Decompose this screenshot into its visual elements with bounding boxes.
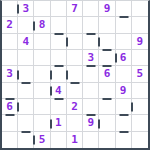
- cell-r3c2[interactable]: 4: [18, 34, 34, 50]
- sudoku-grid: 37928493636549621951: [2, 1, 148, 148]
- sudoku-board: 37928493636549621951: [0, 0, 150, 150]
- cell-r7c6[interactable]: [83, 99, 99, 115]
- cell-r7c4[interactable]: [51, 99, 67, 115]
- cell-r6c5[interactable]: [67, 83, 83, 99]
- cell-r8c4[interactable]: 1: [51, 115, 67, 131]
- cell-r2c3[interactable]: 8: [34, 17, 50, 33]
- cell-r8c9[interactable]: [132, 115, 148, 131]
- cell-r4c1[interactable]: [2, 50, 18, 66]
- cell-r3c3[interactable]: [34, 34, 50, 50]
- cell-r1c1[interactable]: [2, 1, 18, 17]
- cell-r2c1[interactable]: 2: [2, 17, 18, 33]
- cell-r8c7[interactable]: [99, 115, 115, 131]
- cell-r7c5[interactable]: 2: [67, 99, 83, 115]
- cell-r5c7[interactable]: 6: [99, 66, 115, 82]
- cell-r6c6[interactable]: [83, 83, 99, 99]
- cell-r2c9[interactable]: [132, 17, 148, 33]
- cell-r4c4[interactable]: [51, 50, 67, 66]
- cell-r7c2[interactable]: [18, 99, 34, 115]
- cell-r9c4[interactable]: [51, 132, 67, 148]
- cell-r6c9[interactable]: [132, 83, 148, 99]
- cell-r5c6[interactable]: [83, 66, 99, 82]
- cell-r9c2[interactable]: [18, 132, 34, 148]
- cell-r1c2[interactable]: 3: [18, 1, 34, 17]
- cell-r5c9[interactable]: 5: [132, 66, 148, 82]
- cell-r9c1[interactable]: [2, 132, 18, 148]
- cell-r3c5[interactable]: [67, 34, 83, 50]
- cell-r7c9[interactable]: [132, 99, 148, 115]
- cell-r1c5[interactable]: 7: [67, 1, 83, 17]
- cell-r8c2[interactable]: [18, 115, 34, 131]
- cell-r6c2[interactable]: [18, 83, 34, 99]
- cell-r8c3[interactable]: [34, 115, 50, 131]
- cell-r3c6[interactable]: [83, 34, 99, 50]
- cell-r5c8[interactable]: [116, 66, 132, 82]
- cell-r5c1[interactable]: 3: [2, 66, 18, 82]
- cell-r5c4[interactable]: [51, 66, 67, 82]
- cell-r1c6[interactable]: [83, 1, 99, 17]
- cell-r2c6[interactable]: [83, 17, 99, 33]
- cell-r8c5[interactable]: [67, 115, 83, 131]
- cell-r6c8[interactable]: 9: [116, 83, 132, 99]
- cell-r9c8[interactable]: [116, 132, 132, 148]
- cell-r4c7[interactable]: [99, 50, 115, 66]
- cell-r2c2[interactable]: [18, 17, 34, 33]
- cell-r6c4[interactable]: 4: [51, 83, 67, 99]
- cell-r7c3[interactable]: [34, 99, 50, 115]
- cell-r8c8[interactable]: [116, 115, 132, 131]
- cell-r2c5[interactable]: [67, 17, 83, 33]
- cell-r4c3[interactable]: [34, 50, 50, 66]
- cell-r1c7[interactable]: 9: [99, 1, 115, 17]
- cell-r5c2[interactable]: [18, 66, 34, 82]
- cell-r9c3[interactable]: 5: [34, 132, 50, 148]
- cell-r9c7[interactable]: [99, 132, 115, 148]
- cell-r6c7[interactable]: [99, 83, 115, 99]
- cell-r4c5[interactable]: [67, 50, 83, 66]
- cell-r8c1[interactable]: [2, 115, 18, 131]
- cell-r1c4[interactable]: [51, 1, 67, 17]
- cell-r2c7[interactable]: [99, 17, 115, 33]
- cell-r8c6[interactable]: 9: [83, 115, 99, 131]
- cell-r7c1[interactable]: 6: [2, 99, 18, 115]
- cell-r3c9[interactable]: 9: [132, 34, 148, 50]
- cell-r1c3[interactable]: [34, 1, 50, 17]
- cell-r7c8[interactable]: [116, 99, 132, 115]
- cell-r4c2[interactable]: [18, 50, 34, 66]
- cell-r3c1[interactable]: [2, 34, 18, 50]
- cell-r2c4[interactable]: [51, 17, 67, 33]
- cell-r6c3[interactable]: [34, 83, 50, 99]
- cell-r9c6[interactable]: [83, 132, 99, 148]
- cell-r3c7[interactable]: [99, 34, 115, 50]
- cell-r3c4[interactable]: [51, 34, 67, 50]
- cell-r3c8[interactable]: [116, 34, 132, 50]
- cell-r1c9[interactable]: [132, 1, 148, 17]
- cell-r9c5[interactable]: 1: [67, 132, 83, 148]
- cell-r4c9[interactable]: [132, 50, 148, 66]
- cell-r4c8[interactable]: 6: [116, 50, 132, 66]
- cell-r5c5[interactable]: [67, 66, 83, 82]
- cell-r2c8[interactable]: [116, 17, 132, 33]
- cell-r5c3[interactable]: [34, 66, 50, 82]
- cell-r9c9[interactable]: [132, 132, 148, 148]
- cell-r7c7[interactable]: [99, 99, 115, 115]
- cell-r6c1[interactable]: [2, 83, 18, 99]
- cell-r4c6[interactable]: 3: [83, 50, 99, 66]
- cell-r1c8[interactable]: [116, 1, 132, 17]
